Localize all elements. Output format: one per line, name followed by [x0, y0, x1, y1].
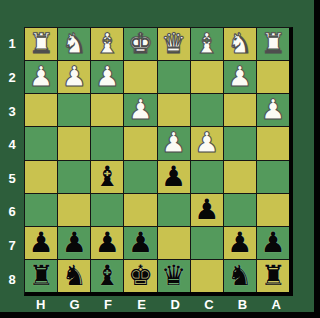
black-knight-icon: ♞: [227, 262, 252, 290]
square-f5[interactable]: ♝: [91, 161, 123, 193]
rank-label-2: 2: [0, 61, 24, 95]
rank-label-1: 1: [0, 27, 24, 61]
file-label-e: E: [125, 296, 159, 312]
square-b2[interactable]: ♟: [224, 61, 256, 93]
rank-label-5: 5: [0, 162, 24, 196]
square-c1[interactable]: ♝: [191, 28, 223, 60]
black-pawn-icon: ♟: [128, 229, 153, 257]
square-g2[interactable]: ♟: [58, 61, 90, 93]
white-pawn-icon: ♟: [95, 63, 120, 91]
black-pawn-icon: ♟: [161, 163, 186, 191]
square-b7[interactable]: ♟: [224, 227, 256, 259]
square-g7[interactable]: ♟: [58, 227, 90, 259]
black-pawn-icon: ♟: [227, 229, 252, 257]
square-a4[interactable]: [257, 127, 289, 159]
square-g6[interactable]: [58, 194, 90, 226]
white-rook-icon: ♜: [29, 30, 54, 58]
chess-board: ♜♞♝♚♛♝♞♜♟♟♟♟♟♟♟♟♝♟♟♟♟♟♟♟♟♜♞♝♚♛♞♜: [24, 27, 293, 296]
square-a7[interactable]: ♟: [257, 227, 289, 259]
square-h5[interactable]: [25, 161, 57, 193]
black-pawn-icon: ♟: [260, 229, 285, 257]
white-bishop-icon: ♝: [194, 30, 219, 58]
square-c3[interactable]: [191, 94, 223, 126]
square-c8[interactable]: [191, 260, 223, 292]
black-pawn-icon: ♟: [62, 229, 87, 257]
image-edge-shadow-bottom: [0, 312, 320, 318]
square-a8[interactable]: ♜: [257, 260, 289, 292]
rank-label-4: 4: [0, 128, 24, 162]
white-knight-icon: ♞: [227, 30, 252, 58]
square-f2[interactable]: ♟: [91, 61, 123, 93]
square-a2[interactable]: [257, 61, 289, 93]
black-rook-icon: ♜: [29, 262, 54, 290]
square-h8[interactable]: ♜: [25, 260, 57, 292]
square-g4[interactable]: [58, 127, 90, 159]
square-a6[interactable]: [257, 194, 289, 226]
white-king-icon: ♚: [128, 30, 153, 58]
square-d5[interactable]: ♟: [158, 161, 190, 193]
square-e3[interactable]: ♟: [124, 94, 156, 126]
square-b3[interactable]: [224, 94, 256, 126]
square-h1[interactable]: ♜: [25, 28, 57, 60]
black-bishop-icon: ♝: [95, 262, 120, 290]
square-b1[interactable]: ♞: [224, 28, 256, 60]
square-d3[interactable]: [158, 94, 190, 126]
square-d7[interactable]: [158, 227, 190, 259]
square-c5[interactable]: [191, 161, 223, 193]
rank-label-8: 8: [0, 262, 24, 296]
square-b4[interactable]: [224, 127, 256, 159]
square-d2[interactable]: [158, 61, 190, 93]
square-e6[interactable]: [124, 194, 156, 226]
white-pawn-icon: ♟: [260, 96, 285, 124]
square-d6[interactable]: [158, 194, 190, 226]
square-f3[interactable]: [91, 94, 123, 126]
square-e1[interactable]: ♚: [124, 28, 156, 60]
square-e7[interactable]: ♟: [124, 227, 156, 259]
square-a5[interactable]: [257, 161, 289, 193]
square-b8[interactable]: ♞: [224, 260, 256, 292]
square-c7[interactable]: [191, 227, 223, 259]
square-g3[interactable]: [58, 94, 90, 126]
black-rook-icon: ♜: [260, 262, 285, 290]
file-label-g: G: [58, 296, 92, 312]
square-f8[interactable]: ♝: [91, 260, 123, 292]
square-e4[interactable]: [124, 127, 156, 159]
black-pawn-icon: ♟: [29, 229, 54, 257]
file-label-d: D: [159, 296, 193, 312]
file-label-a: A: [259, 296, 293, 312]
white-pawn-icon: ♟: [62, 63, 87, 91]
square-d8[interactable]: ♛: [158, 260, 190, 292]
square-f4[interactable]: [91, 127, 123, 159]
square-b6[interactable]: [224, 194, 256, 226]
square-e5[interactable]: [124, 161, 156, 193]
white-pawn-icon: ♟: [128, 96, 153, 124]
square-f6[interactable]: [91, 194, 123, 226]
black-king-icon: ♚: [128, 262, 153, 290]
file-labels: HGFEDCBA: [24, 296, 293, 312]
file-label-c: C: [192, 296, 226, 312]
square-g1[interactable]: ♞: [58, 28, 90, 60]
square-c4[interactable]: ♟: [191, 127, 223, 159]
white-pawn-icon: ♟: [194, 129, 219, 157]
square-a1[interactable]: ♜: [257, 28, 289, 60]
square-b5[interactable]: [224, 161, 256, 193]
image-edge-shadow-right: [314, 0, 320, 318]
white-pawn-icon: ♟: [161, 129, 186, 157]
square-f7[interactable]: ♟: [91, 227, 123, 259]
black-bishop-icon: ♝: [95, 163, 120, 191]
square-g5[interactable]: [58, 161, 90, 193]
square-f1[interactable]: ♝: [91, 28, 123, 60]
square-h7[interactable]: ♟: [25, 227, 57, 259]
square-d1[interactable]: ♛: [158, 28, 190, 60]
black-knight-icon: ♞: [62, 262, 87, 290]
rank-labels: 12345678: [0, 27, 24, 296]
white-queen-icon: ♛: [161, 30, 186, 58]
white-bishop-icon: ♝: [95, 30, 120, 58]
white-rook-icon: ♜: [260, 30, 285, 58]
file-label-f: F: [91, 296, 125, 312]
square-e2[interactable]: [124, 61, 156, 93]
file-label-b: B: [226, 296, 260, 312]
black-pawn-icon: ♟: [95, 229, 120, 257]
square-h6[interactable]: [25, 194, 57, 226]
square-h2[interactable]: ♟: [25, 61, 57, 93]
square-a3[interactable]: ♟: [257, 94, 289, 126]
black-queen-icon: ♛: [161, 262, 186, 290]
white-pawn-icon: ♟: [227, 63, 252, 91]
chess-diagram: 12345678 ♜♞♝♚♛♝♞♜♟♟♟♟♟♟♟♟♝♟♟♟♟♟♟♟♟♜♞♝♚♛♞…: [0, 0, 320, 318]
square-c6[interactable]: ♟: [191, 194, 223, 226]
black-pawn-icon: ♟: [194, 196, 219, 224]
file-label-h: H: [24, 296, 58, 312]
square-d4[interactable]: ♟: [158, 127, 190, 159]
rank-label-3: 3: [0, 94, 24, 128]
rank-label-6: 6: [0, 195, 24, 229]
white-knight-icon: ♞: [62, 30, 87, 58]
square-h4[interactable]: [25, 127, 57, 159]
square-h3[interactable]: [25, 94, 57, 126]
square-c2[interactable]: [191, 61, 223, 93]
square-e8[interactable]: ♚: [124, 260, 156, 292]
white-pawn-icon: ♟: [29, 63, 54, 91]
square-g8[interactable]: ♞: [58, 260, 90, 292]
rank-label-7: 7: [0, 229, 24, 263]
